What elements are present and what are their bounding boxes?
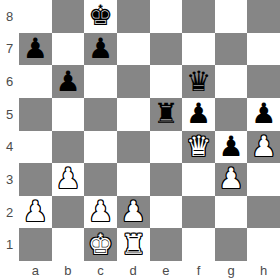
square-g1[interactable] [215, 228, 248, 261]
black-rook: ♜ [153, 100, 178, 128]
square-g4[interactable]: ♟ [215, 131, 248, 164]
rank-label-7: 7 [0, 33, 19, 66]
square-h3[interactable] [247, 163, 280, 196]
square-g6[interactable] [215, 65, 248, 98]
black-pawn: ♟ [55, 68, 80, 96]
square-g8[interactable] [215, 0, 248, 33]
black-pawn: ♟ [23, 35, 48, 63]
square-a4[interactable] [19, 131, 52, 164]
square-c6[interactable] [84, 65, 117, 98]
square-e7[interactable] [150, 33, 183, 66]
white-pawn: ♟ [121, 198, 146, 226]
rank-label-1: 1 [0, 228, 19, 261]
rank-label-3: 3 [0, 163, 19, 196]
square-d8[interactable] [117, 0, 150, 33]
square-c1[interactable]: ♚ [84, 228, 117, 261]
white-pawn: ♟ [88, 198, 113, 226]
square-e2[interactable] [150, 196, 183, 229]
file-label-g: g [215, 261, 248, 280]
square-h5[interactable]: ♟ [247, 98, 280, 131]
square-b6[interactable]: ♟ [52, 65, 85, 98]
square-d4[interactable] [117, 131, 150, 164]
square-f6[interactable]: ♛ [182, 65, 215, 98]
square-f7[interactable] [182, 33, 215, 66]
black-pawn: ♟ [88, 35, 113, 63]
square-f3[interactable] [182, 163, 215, 196]
square-a6[interactable] [19, 65, 52, 98]
square-e4[interactable] [150, 131, 183, 164]
square-a5[interactable] [19, 98, 52, 131]
square-e8[interactable] [150, 0, 183, 33]
black-pawn: ♟ [219, 133, 244, 161]
square-b1[interactable] [52, 228, 85, 261]
file-label-b: b [52, 261, 85, 280]
chess-board[interactable]: ♚♟♟♟♛♜♟♟♛♟♟♟♟♟♟♟♚♜ [19, 0, 280, 261]
square-g5[interactable] [215, 98, 248, 131]
rank-label-4: 4 [0, 131, 19, 164]
rank-label-2: 2 [0, 196, 19, 229]
square-c7[interactable]: ♟ [84, 33, 117, 66]
square-a3[interactable] [19, 163, 52, 196]
square-g2[interactable] [215, 196, 248, 229]
white-queen: ♛ [186, 133, 211, 161]
chess-board-diagram: 87654321 ♚♟♟♟♛♜♟♟♛♟♟♟♟♟♟♟♚♜ abcdefgh [0, 0, 280, 280]
rank-label-5: 5 [0, 98, 19, 131]
square-h2[interactable] [247, 196, 280, 229]
square-a8[interactable] [19, 0, 52, 33]
white-pawn: ♟ [251, 133, 276, 161]
black-king: ♚ [88, 2, 113, 30]
square-e3[interactable] [150, 163, 183, 196]
square-h4[interactable]: ♟ [247, 131, 280, 164]
square-h8[interactable] [247, 0, 280, 33]
file-labels: abcdefgh [19, 261, 280, 280]
square-a7[interactable]: ♟ [19, 33, 52, 66]
square-d5[interactable] [117, 98, 150, 131]
square-f4[interactable]: ♛ [182, 131, 215, 164]
square-h6[interactable] [247, 65, 280, 98]
square-b2[interactable] [52, 196, 85, 229]
white-rook: ♜ [121, 231, 146, 259]
square-c8[interactable]: ♚ [84, 0, 117, 33]
square-e1[interactable] [150, 228, 183, 261]
square-g7[interactable] [215, 33, 248, 66]
square-f1[interactable] [182, 228, 215, 261]
square-e6[interactable] [150, 65, 183, 98]
square-b7[interactable] [52, 33, 85, 66]
square-d7[interactable] [117, 33, 150, 66]
square-c4[interactable] [84, 131, 117, 164]
white-pawn: ♟ [219, 165, 244, 193]
square-h7[interactable] [247, 33, 280, 66]
square-c3[interactable] [84, 163, 117, 196]
square-e5[interactable]: ♜ [150, 98, 183, 131]
square-a1[interactable] [19, 228, 52, 261]
square-d2[interactable]: ♟ [117, 196, 150, 229]
square-d6[interactable] [117, 65, 150, 98]
file-label-d: d [117, 261, 150, 280]
white-pawn: ♟ [23, 198, 48, 226]
rank-label-6: 6 [0, 65, 19, 98]
black-pawn: ♟ [251, 100, 276, 128]
file-label-h: h [247, 261, 280, 280]
black-queen: ♛ [186, 68, 211, 96]
square-b4[interactable] [52, 131, 85, 164]
white-pawn: ♟ [55, 165, 80, 193]
file-label-a: a [19, 261, 52, 280]
file-label-c: c [84, 261, 117, 280]
file-label-f: f [182, 261, 215, 280]
square-f2[interactable] [182, 196, 215, 229]
square-c5[interactable] [84, 98, 117, 131]
black-pawn: ♟ [186, 100, 211, 128]
rank-labels: 87654321 [0, 0, 19, 261]
square-d3[interactable] [117, 163, 150, 196]
square-f8[interactable] [182, 0, 215, 33]
square-h1[interactable] [247, 228, 280, 261]
rank-label-8: 8 [0, 0, 19, 33]
white-king: ♚ [88, 231, 113, 259]
square-b5[interactable] [52, 98, 85, 131]
square-c2[interactable]: ♟ [84, 196, 117, 229]
square-b8[interactable] [52, 0, 85, 33]
square-b3[interactable]: ♟ [52, 163, 85, 196]
square-f5[interactable]: ♟ [182, 98, 215, 131]
square-a2[interactable]: ♟ [19, 196, 52, 229]
square-d1[interactable]: ♜ [117, 228, 150, 261]
square-g3[interactable]: ♟ [215, 163, 248, 196]
file-label-e: e [150, 261, 183, 280]
